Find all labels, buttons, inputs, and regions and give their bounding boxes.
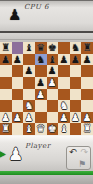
square-c3[interactable]: ♞ bbox=[23, 100, 35, 112]
square-f6[interactable] bbox=[58, 65, 70, 77]
square-e8[interactable]: ♚ bbox=[47, 42, 59, 54]
turn-indicator-icon: ▶ bbox=[0, 149, 6, 159]
square-d6[interactable] bbox=[35, 65, 47, 77]
white-pawn-c2: ♟ bbox=[23, 112, 35, 124]
black-queen-d8: ♛ bbox=[35, 42, 47, 54]
white-queen-d1: ♛ bbox=[35, 123, 47, 135]
black-pawn-f7: ♟ bbox=[58, 54, 70, 66]
chess-board[interactable]: ♜♝♛♚♞♜♟♟♞♝♟♟♟♟♟♟♟♟♞♞♟♟♟♟♟♟♜♝♛♚♝♜ bbox=[0, 42, 93, 135]
square-b4[interactable] bbox=[12, 89, 24, 101]
white-pawn-b2: ♟ bbox=[12, 112, 24, 124]
square-a4[interactable] bbox=[0, 89, 12, 101]
square-c2[interactable]: ♟ bbox=[23, 112, 35, 124]
square-c6[interactable]: ♟ bbox=[23, 65, 35, 77]
square-b7[interactable]: ♟ bbox=[12, 54, 24, 66]
square-g3[interactable] bbox=[70, 100, 82, 112]
square-b5[interactable] bbox=[12, 77, 24, 89]
square-e3[interactable] bbox=[47, 100, 59, 112]
square-f5[interactable] bbox=[58, 77, 70, 89]
square-a2[interactable]: ♟ bbox=[0, 112, 12, 124]
square-b3[interactable] bbox=[12, 100, 24, 112]
black-pawn-a7: ♟ bbox=[0, 54, 12, 66]
divider-line bbox=[0, 31, 93, 33]
black-king-e8: ♚ bbox=[47, 42, 59, 54]
white-rook-a1: ♜ bbox=[0, 123, 12, 135]
white-pawn-g2: ♟ bbox=[70, 112, 82, 124]
square-e4[interactable] bbox=[47, 89, 59, 101]
square-c5[interactable] bbox=[23, 77, 35, 89]
white-pawn-icon: ♟ bbox=[8, 146, 23, 163]
square-c4[interactable] bbox=[23, 89, 35, 101]
square-h5[interactable] bbox=[81, 77, 93, 89]
square-f7[interactable]: ♟ bbox=[58, 54, 70, 66]
square-g5[interactable] bbox=[70, 77, 82, 89]
square-c1[interactable]: ♝ bbox=[23, 123, 35, 135]
square-a5[interactable] bbox=[0, 77, 12, 89]
square-b8[interactable] bbox=[12, 42, 24, 54]
square-a1[interactable]: ♜ bbox=[0, 123, 12, 135]
square-a3[interactable] bbox=[0, 100, 12, 112]
white-pawn-d4: ♟ bbox=[35, 89, 47, 101]
black-pawn-h7: ♟ bbox=[81, 54, 93, 66]
square-g7[interactable]: ♟ bbox=[70, 54, 82, 66]
player-label: Player bbox=[25, 142, 51, 150]
square-f8[interactable] bbox=[58, 42, 70, 54]
square-d5[interactable]: ♟ bbox=[35, 77, 47, 89]
square-a8[interactable]: ♜ bbox=[0, 42, 12, 54]
black-bishop-e7: ♝ bbox=[47, 54, 59, 66]
black-knight-g8: ♞ bbox=[70, 42, 82, 54]
footer-area bbox=[0, 175, 93, 184]
white-knight-c3: ♞ bbox=[23, 100, 35, 112]
square-g4[interactable] bbox=[70, 89, 82, 101]
divider-line-2 bbox=[0, 39, 93, 40]
white-knight-f3: ♞ bbox=[58, 100, 70, 112]
square-f1[interactable]: ♝ bbox=[58, 123, 70, 135]
top-edge-line bbox=[0, 0, 93, 1]
redo-icon[interactable]: ↷ bbox=[80, 147, 88, 157]
white-pawn-e5: ♟ bbox=[47, 77, 59, 89]
cpu-bar: ♟ CPU 6 bbox=[0, 0, 93, 42]
square-b1[interactable] bbox=[12, 123, 24, 135]
square-b2[interactable]: ♟ bbox=[12, 112, 24, 124]
square-a6[interactable] bbox=[0, 65, 12, 77]
chess-app-window: ♟ CPU 6 ♜♝♛♚♞♜♟♟♞♝♟♟♟♟♟♟♟♟♞♞♟♟♟♟♟♟♜♝♛♚♝♜… bbox=[0, 0, 93, 184]
square-a7[interactable]: ♟ bbox=[0, 54, 12, 66]
black-rook-h8: ♜ bbox=[81, 42, 93, 54]
square-d2[interactable] bbox=[35, 112, 47, 124]
square-c8[interactable]: ♝ bbox=[23, 42, 35, 54]
square-f3[interactable]: ♞ bbox=[58, 100, 70, 112]
white-king-e1: ♚ bbox=[47, 123, 59, 135]
flag-icon[interactable]: ⚑ bbox=[78, 159, 86, 169]
square-e6[interactable]: ♟ bbox=[47, 65, 59, 77]
black-knight-d7: ♞ bbox=[35, 54, 47, 66]
white-pawn-h2: ♟ bbox=[81, 112, 93, 124]
square-e5[interactable]: ♟ bbox=[47, 77, 59, 89]
square-g6[interactable] bbox=[70, 65, 82, 77]
game-controls-box: ↶ ↷ ⚑ bbox=[66, 146, 91, 170]
white-pawn-a2: ♟ bbox=[0, 112, 12, 124]
black-pawn-c6: ♟ bbox=[23, 65, 35, 77]
black-pawn-d5: ♟ bbox=[35, 77, 47, 89]
undo-icon[interactable]: ↶ bbox=[69, 147, 77, 157]
square-d4[interactable]: ♟ bbox=[35, 89, 47, 101]
square-h1[interactable]: ♜ bbox=[81, 123, 93, 135]
black-pawn-e6: ♟ bbox=[47, 65, 59, 77]
square-h6[interactable] bbox=[81, 65, 93, 77]
square-h4[interactable] bbox=[81, 89, 93, 101]
square-d1[interactable]: ♛ bbox=[35, 123, 47, 135]
square-d3[interactable] bbox=[35, 100, 47, 112]
square-b6[interactable] bbox=[12, 65, 24, 77]
cpu-label: CPU 6 bbox=[24, 3, 49, 11]
square-d8[interactable]: ♛ bbox=[35, 42, 47, 54]
square-g2[interactable]: ♟ bbox=[70, 112, 82, 124]
square-h3[interactable] bbox=[81, 100, 93, 112]
square-f2[interactable]: ♟ bbox=[58, 112, 70, 124]
square-e1[interactable]: ♚ bbox=[47, 123, 59, 135]
black-bishop-c8: ♝ bbox=[23, 42, 35, 54]
square-g8[interactable]: ♞ bbox=[70, 42, 82, 54]
white-rook-h1: ♜ bbox=[81, 123, 93, 135]
square-h7[interactable]: ♟ bbox=[81, 54, 93, 66]
white-bishop-c1: ♝ bbox=[23, 123, 35, 135]
square-h8[interactable]: ♜ bbox=[81, 42, 93, 54]
black-pawn-b7: ♟ bbox=[12, 54, 24, 66]
square-e7[interactable]: ♝ bbox=[47, 54, 59, 66]
square-d7[interactable]: ♞ bbox=[35, 54, 47, 66]
square-h2[interactable]: ♟ bbox=[81, 112, 93, 124]
black-pawn-g7: ♟ bbox=[70, 54, 82, 66]
black-pawn-icon: ♟ bbox=[8, 8, 21, 23]
square-c7[interactable] bbox=[23, 54, 35, 66]
square-f4[interactable] bbox=[58, 89, 70, 101]
black-rook-a8: ♜ bbox=[0, 42, 12, 54]
white-bishop-f1: ♝ bbox=[58, 123, 70, 135]
square-g1[interactable] bbox=[70, 123, 82, 135]
white-pawn-f2: ♟ bbox=[58, 112, 70, 124]
square-e2[interactable] bbox=[47, 112, 59, 124]
player-bar: ▶ ♟ Player ↶ ↷ ⚑ bbox=[0, 135, 93, 171]
